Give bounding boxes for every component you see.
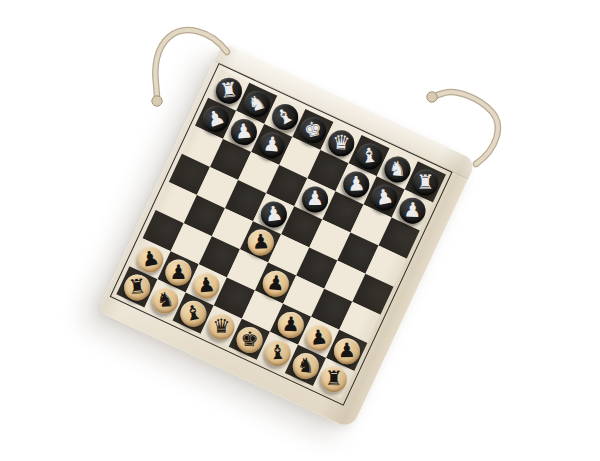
rook-icon: ♜: [324, 367, 342, 387]
pawn-icon: ♟: [306, 188, 324, 208]
pawn-icon: ♟: [281, 313, 300, 334]
pawn-icon: ♟: [139, 246, 160, 269]
piece-black-rook-h8[interactable]: ♜: [412, 169, 438, 195]
rook-icon: ♜: [127, 275, 147, 296]
piece-white-pawn-h2[interactable]: ♟: [333, 337, 359, 363]
pawn-icon: ♟: [266, 271, 286, 292]
king-icon: ♚: [240, 328, 259, 349]
queen-icon: ♛: [212, 315, 230, 335]
pawn-icon: ♟: [169, 261, 187, 281]
bishop-icon: ♝: [359, 144, 379, 165]
product-photo: ♜♞♝♚♛♝♞♜♟♟♟♟♟♟♟♟♟♟♟♟♟♟♟♟♜♞♝♛♚♝♞♜: [0, 0, 600, 461]
piece-white-queen-d1[interactable]: ♛: [208, 313, 234, 339]
right-cord-knot: [427, 92, 437, 102]
piece-black-pawn-h7[interactable]: ♟: [399, 196, 426, 223]
chess-board: ♜♞♝♚♛♝♞♜♟♟♟♟♟♟♟♟♟♟♟♟♟♟♟♟♜♞♝♛♚♝♞♜: [116, 70, 446, 400]
queen-icon: ♛: [332, 131, 351, 152]
pawn-icon: ♟: [373, 184, 394, 207]
pawn-icon: ♟: [263, 202, 283, 224]
left-cord-knot: [152, 96, 162, 106]
pawn-icon: ♟: [403, 199, 422, 220]
rook-icon: ♜: [218, 78, 238, 100]
pawn-icon: ♟: [203, 105, 227, 130]
chess-board-frame: ♜♞♝♚♛♝♞♜♟♟♟♟♟♟♟♟♟♟♟♟♟♟♟♟♜♞♝♛♚♝♞♜: [110, 63, 453, 406]
bishop-icon: ♝: [268, 341, 287, 362]
piece-white-rook-h1[interactable]: ♜: [320, 365, 346, 391]
pawn-icon: ♟: [347, 172, 366, 193]
pawn-icon: ♟: [309, 325, 329, 347]
pawn-icon: ♟: [338, 339, 356, 359]
piece-black-pawn-e6[interactable]: ♟: [302, 186, 328, 212]
pawn-icon: ♟: [251, 230, 270, 251]
pawn-icon: ♟: [196, 273, 216, 294]
pawn-icon: ♟: [262, 133, 282, 154]
pawn-icon: ♟: [234, 120, 254, 141]
knight-icon: ♞: [245, 90, 268, 114]
piece-white-king-e1[interactable]: ♚: [236, 326, 263, 353]
bishop-icon: ♝: [272, 102, 298, 128]
king-icon: ♚: [302, 117, 324, 141]
rook-icon: ♜: [416, 171, 434, 191]
bishop-icon: ♝: [182, 301, 203, 324]
piece-black-queen-e8[interactable]: ♛: [327, 129, 354, 156]
knight-icon: ♞: [388, 157, 408, 178]
piece-white-pawn-b2[interactable]: ♟: [165, 259, 191, 285]
knight-icon: ♞: [296, 353, 316, 375]
fabric-drawstring-bag: ♜♞♝♚♛♝♞♜♟♟♟♟♟♟♟♟♟♟♟♟♟♟♟♟♜♞♝♛♚♝♞♜: [98, 43, 477, 430]
knight-icon: ♞: [156, 288, 175, 309]
piece-white-pawn-f2[interactable]: ♟: [277, 311, 304, 338]
